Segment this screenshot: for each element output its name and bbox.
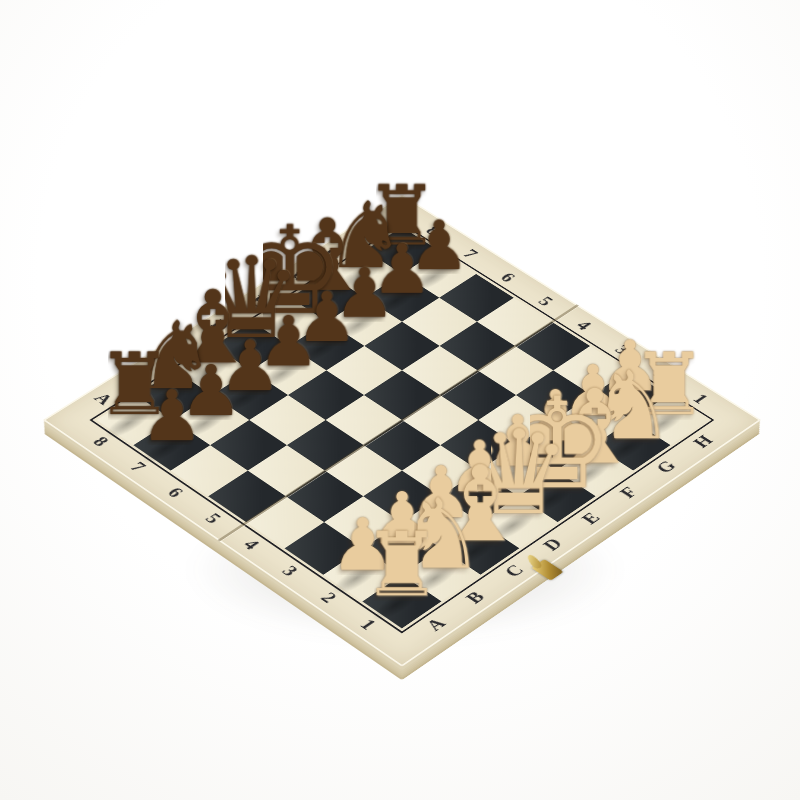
piece-white-rook-a1[interactable]: ♜ (374, 446, 430, 601)
white-rook-icon: ♜ (362, 520, 442, 609)
folding-chess-board: ♜♞♝♛♚♝♞♜♟♟♟♟♟♟♟♟♟♟♟♟♟♟♟♟♜♞♝♛♚♝♞♜ AABBCCD… (43, 195, 761, 667)
chess-set-scene: ♜♞♝♛♚♝♞♜♟♟♟♟♟♟♟♟♟♟♟♟♟♟♟♟♜♞♝♛♚♝♞♜ AABBCCD… (148, 166, 656, 674)
board-face: ♜♞♝♛♚♝♞♜♟♟♟♟♟♟♟♟♟♟♟♟♟♟♟♟♜♞♝♛♚♝♞♜ AABBCCD… (43, 195, 761, 667)
pieces-layer: ♜♞♝♛♚♝♞♜♟♟♟♟♟♟♟♟♟♟♟♟♟♟♟♟♜♞♝♛♚♝♞♜ (43, 195, 761, 667)
photo-stage: ♜♞♝♛♚♝♞♜♟♟♟♟♟♟♟♟♟♟♟♟♟♟♟♟♜♞♝♛♚♝♞♜ AABBCCD… (0, 0, 800, 800)
piece-black-pawn-a7[interactable]: ♟ (145, 294, 199, 445)
black-pawn-icon: ♟ (140, 380, 203, 450)
